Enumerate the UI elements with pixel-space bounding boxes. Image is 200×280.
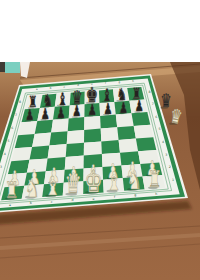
rank-label-right: 7 xyxy=(152,102,154,106)
chess-set-photo: aabbccddeeffgghh8877665544332211♜♞♝♛♚♝♞♜… xyxy=(0,0,200,280)
rank-label-right: 2 xyxy=(169,165,171,169)
black-pawn-h7: ♟ xyxy=(135,97,144,115)
white-rook-h1: ♜ xyxy=(148,166,162,193)
white-king-e1: ♚ xyxy=(84,164,102,199)
black-pawn-c7: ♟ xyxy=(57,104,66,122)
rank-label-left: 7 xyxy=(15,113,17,117)
rank-label-left: 4 xyxy=(4,152,6,156)
square-b4 xyxy=(30,146,50,160)
black-pawn-g7: ♟ xyxy=(119,98,128,116)
square-e5 xyxy=(84,129,101,143)
white-backdrop xyxy=(0,0,200,62)
rank-label-right: 3 xyxy=(165,153,167,157)
rank-label-left: 8 xyxy=(19,100,21,104)
rank-label-left: 6 xyxy=(11,126,13,130)
black-pawn-a7: ♟ xyxy=(25,106,34,124)
square-d4 xyxy=(66,143,84,157)
black-pawn-d7: ♟ xyxy=(72,102,81,120)
white-queen-d1: ♛ xyxy=(65,168,82,201)
white-knight-g1: ♞ xyxy=(127,165,142,194)
spare-black-queen: ♛ xyxy=(160,89,171,111)
square-b5 xyxy=(32,133,51,147)
rank-label-right: 1 xyxy=(172,178,174,182)
square-h4 xyxy=(136,137,156,151)
square-h5 xyxy=(134,125,154,139)
white-rook-a1: ♜ xyxy=(5,177,19,204)
square-g5 xyxy=(117,126,136,140)
rank-label-right: 5 xyxy=(159,127,161,131)
white-bishop-f1: ♝ xyxy=(106,167,122,196)
square-c5 xyxy=(49,131,67,145)
rank-label-right: 4 xyxy=(162,140,164,144)
square-d5 xyxy=(67,130,85,144)
product-photo: aabbccddeeffgghh8877665544332211♜♞♝♛♚♝♞♜… xyxy=(0,0,200,280)
background-dark-object xyxy=(0,62,5,72)
white-knight-b1: ♞ xyxy=(25,173,40,202)
square-e4 xyxy=(84,141,102,155)
rank-label-left: 5 xyxy=(8,139,10,143)
square-g4 xyxy=(119,139,139,153)
square-c4 xyxy=(48,144,67,158)
square-f4 xyxy=(101,140,120,154)
teal-background-object xyxy=(5,62,20,73)
rank-label-right: 8 xyxy=(148,90,150,94)
rank-label-left: 3 xyxy=(0,165,2,169)
square-f5 xyxy=(101,127,119,141)
white-bishop-c1: ♝ xyxy=(45,171,61,200)
black-pawn-f7: ♟ xyxy=(103,100,112,118)
black-pawn-e7: ♟ xyxy=(88,101,97,119)
rank-label-right: 6 xyxy=(155,115,157,119)
black-pawn-b7: ♟ xyxy=(41,105,50,123)
